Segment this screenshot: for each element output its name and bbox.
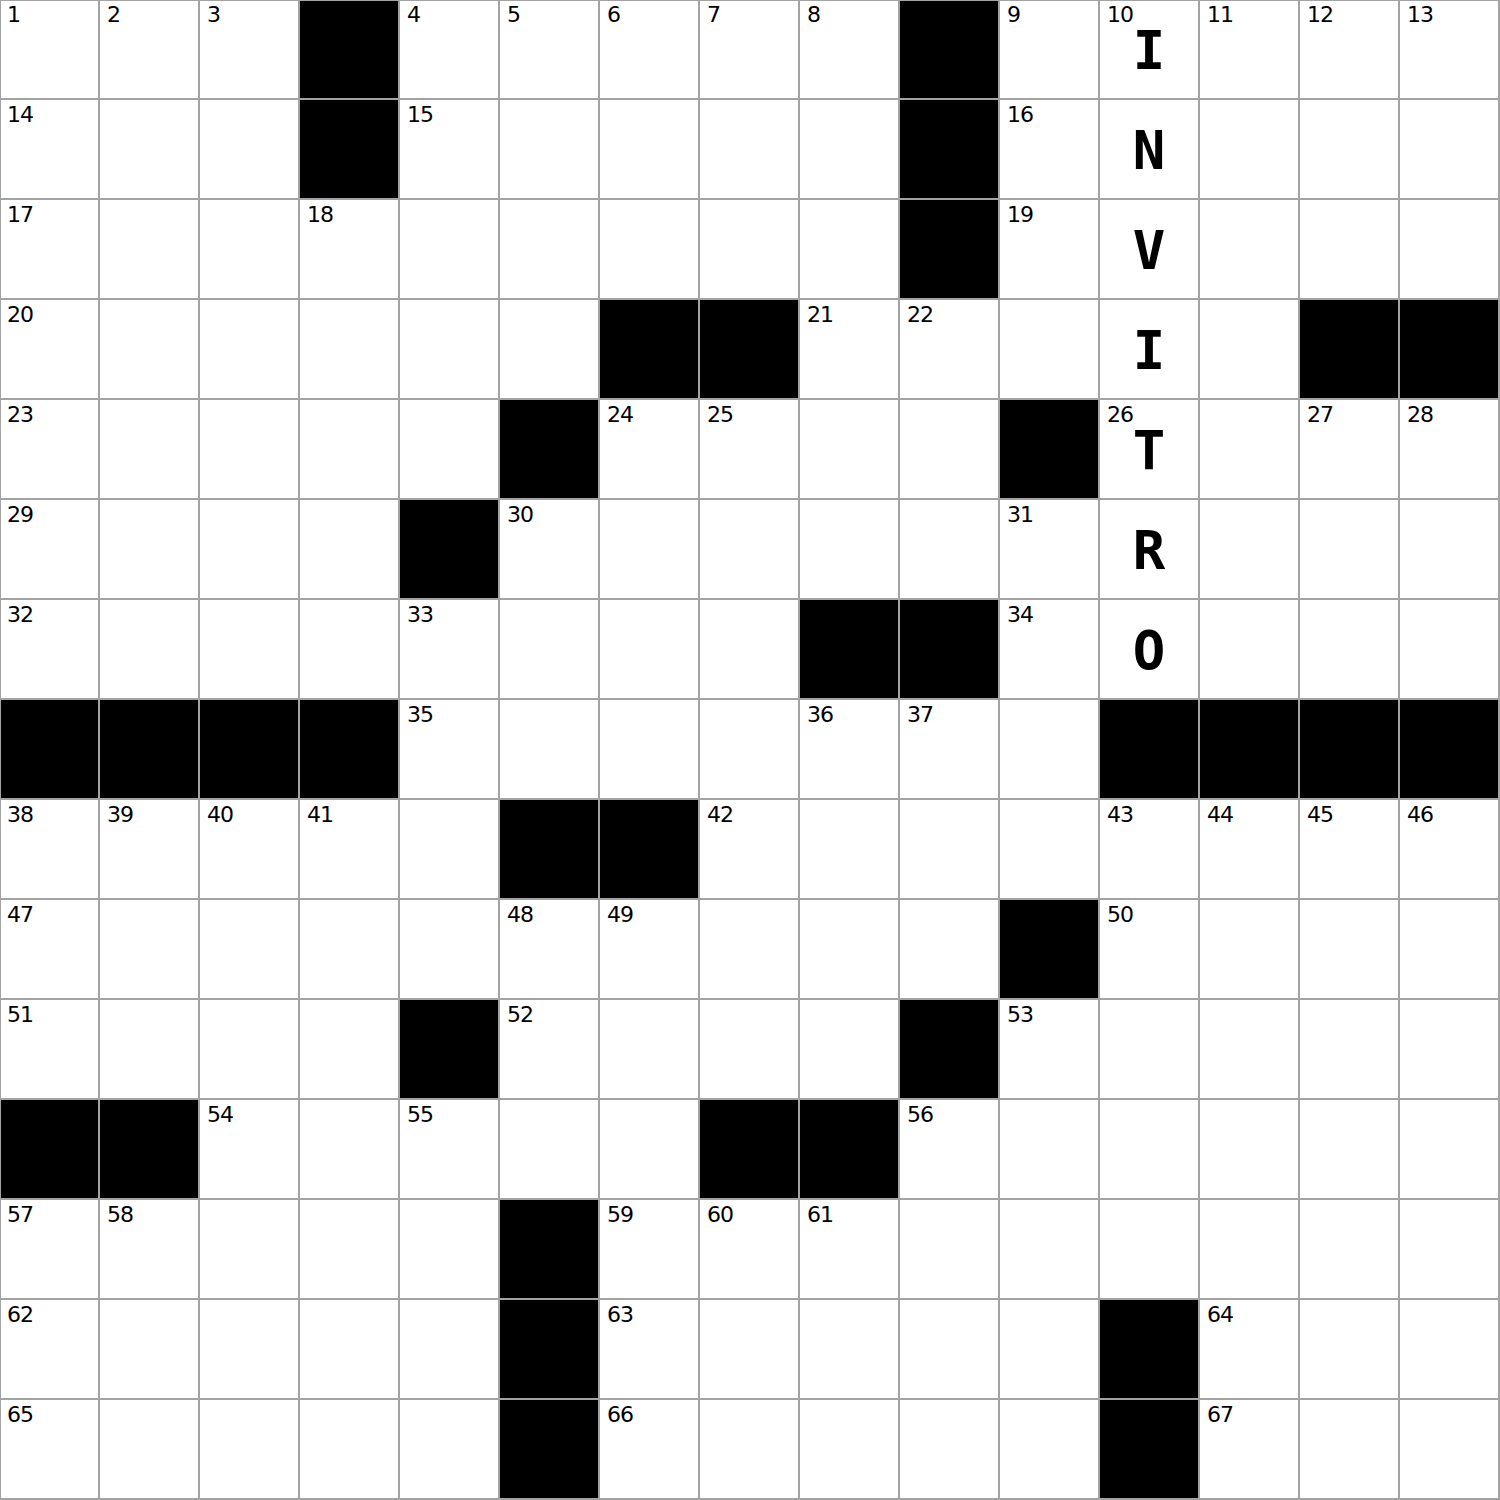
cell-r1c3[interactable]: 3 bbox=[200, 0, 300, 100]
cell-r5c2[interactable] bbox=[100, 400, 200, 500]
clue-number-35: 35 bbox=[407, 703, 433, 727]
cell-r7c7[interactable] bbox=[600, 600, 700, 700]
cell-r15c2[interactable] bbox=[100, 1400, 200, 1500]
cell-r5c15[interactable]: 28 bbox=[1400, 400, 1500, 500]
cell-r6c15[interactable] bbox=[1400, 500, 1500, 600]
clue-number-66: 66 bbox=[607, 1403, 633, 1427]
cell-r9c9[interactable] bbox=[800, 800, 900, 900]
cell-r3c11[interactable]: 19 bbox=[1000, 200, 1100, 300]
cell-r6c7[interactable] bbox=[600, 500, 700, 600]
clue-number-33: 33 bbox=[407, 603, 433, 627]
cell-r14c10[interactable] bbox=[900, 1300, 1000, 1400]
cell-r2c3[interactable] bbox=[200, 100, 300, 200]
cell-r9c13[interactable]: 44 bbox=[1200, 800, 1300, 900]
clue-number-58: 58 bbox=[107, 1203, 133, 1227]
cell-r15c15[interactable] bbox=[1400, 1400, 1500, 1500]
cell-r4c3[interactable] bbox=[200, 300, 300, 400]
clue-number-13: 13 bbox=[1407, 3, 1433, 27]
black-cell-r2c10 bbox=[900, 100, 1000, 200]
clue-number-61: 61 bbox=[807, 1203, 833, 1227]
clue-number-4: 4 bbox=[407, 3, 420, 27]
cell-r14c11[interactable] bbox=[1000, 1300, 1100, 1400]
cell-r11c7[interactable] bbox=[600, 1000, 700, 1100]
filled-letter-r5c12: T bbox=[1100, 400, 1198, 498]
cell-r2c6[interactable] bbox=[500, 100, 600, 200]
cell-r8c9[interactable]: 36 bbox=[800, 700, 900, 800]
cell-r6c10[interactable] bbox=[900, 500, 1000, 600]
clue-number-31: 31 bbox=[1007, 503, 1033, 527]
cell-r13c15[interactable] bbox=[1400, 1200, 1500, 1300]
cell-r10c5[interactable] bbox=[400, 900, 500, 1000]
cell-r7c6[interactable] bbox=[500, 600, 600, 700]
cell-r4c1[interactable]: 20 bbox=[0, 300, 100, 400]
clue-number-38: 38 bbox=[7, 803, 33, 827]
cell-r4c10[interactable]: 22 bbox=[900, 300, 1000, 400]
cell-r6c4[interactable] bbox=[300, 500, 400, 600]
cell-r5c10[interactable] bbox=[900, 400, 1000, 500]
cell-r10c7[interactable]: 49 bbox=[600, 900, 700, 1000]
cell-r11c3[interactable] bbox=[200, 1000, 300, 1100]
black-cell-r12c8 bbox=[700, 1100, 800, 1200]
cell-r3c14[interactable] bbox=[1300, 200, 1400, 300]
clue-number-23: 23 bbox=[7, 403, 33, 427]
black-cell-r14c12 bbox=[1100, 1300, 1200, 1400]
black-cell-r8c14 bbox=[1300, 700, 1400, 800]
cell-r7c1[interactable]: 32 bbox=[0, 600, 100, 700]
cell-r6c2[interactable] bbox=[100, 500, 200, 600]
cell-r10c15[interactable] bbox=[1400, 900, 1500, 1000]
cell-r10c12[interactable]: 50 bbox=[1100, 900, 1200, 1000]
cell-r15c5[interactable] bbox=[400, 1400, 500, 1500]
cell-r6c13[interactable] bbox=[1200, 500, 1300, 600]
cell-r7c4[interactable] bbox=[300, 600, 400, 700]
clue-number-62: 62 bbox=[7, 1303, 33, 1327]
cell-r6c9[interactable] bbox=[800, 500, 900, 600]
cell-r1c14[interactable]: 12 bbox=[1300, 0, 1400, 100]
filled-letter-r6c12: R bbox=[1100, 500, 1198, 598]
clue-number-15: 15 bbox=[407, 103, 433, 127]
clue-number-44: 44 bbox=[1207, 803, 1233, 827]
cell-r13c5[interactable] bbox=[400, 1200, 500, 1300]
cell-r13c3[interactable] bbox=[200, 1200, 300, 1300]
cell-r3c4[interactable]: 18 bbox=[300, 200, 400, 300]
cell-r9c4[interactable]: 41 bbox=[300, 800, 400, 900]
cell-r14c14[interactable] bbox=[1300, 1300, 1400, 1400]
cell-r13c2[interactable]: 58 bbox=[100, 1200, 200, 1300]
cell-r13c1[interactable]: 57 bbox=[0, 1200, 100, 1300]
cell-r2c9[interactable] bbox=[800, 100, 900, 200]
black-cell-r1c10 bbox=[900, 0, 1000, 100]
clue-number-5: 5 bbox=[507, 3, 520, 27]
cell-r2c14[interactable] bbox=[1300, 100, 1400, 200]
clue-number-3: 3 bbox=[207, 3, 220, 27]
cell-r9c14[interactable]: 45 bbox=[1300, 800, 1400, 900]
cell-r5c1[interactable]: 23 bbox=[0, 400, 100, 500]
cell-r4c12[interactable]: I bbox=[1100, 300, 1200, 400]
black-cell-r12c1 bbox=[0, 1100, 100, 1200]
black-cell-r14c6 bbox=[500, 1300, 600, 1400]
cell-r2c2[interactable] bbox=[100, 100, 200, 200]
filled-letter-r4c12: I bbox=[1100, 300, 1198, 398]
clue-number-8: 8 bbox=[807, 3, 820, 27]
clue-number-48: 48 bbox=[507, 903, 533, 927]
cell-r11c4[interactable] bbox=[300, 1000, 400, 1100]
cell-r3c1[interactable]: 17 bbox=[0, 200, 100, 300]
clue-number-7: 7 bbox=[707, 3, 720, 27]
black-cell-r8c13 bbox=[1200, 700, 1300, 800]
clue-number-19: 19 bbox=[1007, 203, 1033, 227]
cell-r10c3[interactable] bbox=[200, 900, 300, 1000]
cell-r13c13[interactable] bbox=[1200, 1200, 1300, 1300]
cell-r12c14[interactable] bbox=[1300, 1100, 1400, 1200]
black-cell-r8c2 bbox=[100, 700, 200, 800]
cell-r4c11[interactable] bbox=[1000, 300, 1100, 400]
clue-number-52: 52 bbox=[507, 1003, 533, 1027]
cell-r9c1[interactable]: 38 bbox=[0, 800, 100, 900]
cell-r3c8[interactable] bbox=[700, 200, 800, 300]
clue-number-16: 16 bbox=[1007, 103, 1033, 127]
cell-r4c13[interactable] bbox=[1200, 300, 1300, 400]
clue-number-59: 59 bbox=[607, 1203, 633, 1227]
cell-r9c15[interactable]: 46 bbox=[1400, 800, 1500, 900]
clue-number-25: 25 bbox=[707, 403, 733, 427]
cell-r5c8[interactable]: 25 bbox=[700, 400, 800, 500]
black-cell-r4c15 bbox=[1400, 300, 1500, 400]
clue-number-39: 39 bbox=[107, 803, 133, 827]
cell-r3c9[interactable] bbox=[800, 200, 900, 300]
filled-letter-r7c12: O bbox=[1100, 600, 1198, 698]
cell-r1c15[interactable]: 13 bbox=[1400, 0, 1500, 100]
cell-r11c6[interactable]: 52 bbox=[500, 1000, 600, 1100]
cell-r9c12[interactable]: 43 bbox=[1100, 800, 1200, 900]
clue-number-24: 24 bbox=[607, 403, 633, 427]
cell-r15c1[interactable]: 65 bbox=[0, 1400, 100, 1500]
black-cell-r15c12 bbox=[1100, 1400, 1200, 1500]
clue-number-51: 51 bbox=[7, 1003, 33, 1027]
clue-number-64: 64 bbox=[1207, 1303, 1233, 1327]
cell-r1c13[interactable]: 11 bbox=[1200, 0, 1300, 100]
clue-number-45: 45 bbox=[1307, 803, 1333, 827]
filled-letter-r1c12: I bbox=[1100, 0, 1198, 98]
clue-number-34: 34 bbox=[1007, 603, 1033, 627]
clue-number-6: 6 bbox=[607, 3, 620, 27]
cell-r7c8[interactable] bbox=[700, 600, 800, 700]
cell-r1c11[interactable]: 9 bbox=[1000, 0, 1100, 100]
cell-r13c9[interactable]: 61 bbox=[800, 1200, 900, 1300]
cell-r1c6[interactable]: 5 bbox=[500, 0, 600, 100]
cell-r10c10[interactable] bbox=[900, 900, 1000, 1000]
clue-number-29: 29 bbox=[7, 503, 33, 527]
clue-number-37: 37 bbox=[907, 703, 933, 727]
cell-r6c8[interactable] bbox=[700, 500, 800, 600]
black-cell-r12c9 bbox=[800, 1100, 900, 1200]
cell-r9c5[interactable] bbox=[400, 800, 500, 900]
cell-r7c12[interactable]: O bbox=[1100, 600, 1200, 700]
cell-r3c7[interactable] bbox=[600, 200, 700, 300]
clue-number-27: 27 bbox=[1307, 403, 1333, 427]
clue-number-14: 14 bbox=[7, 103, 33, 127]
clue-number-46: 46 bbox=[1407, 803, 1433, 827]
clue-number-63: 63 bbox=[607, 1303, 633, 1327]
clue-number-54: 54 bbox=[207, 1103, 233, 1127]
clue-number-41: 41 bbox=[307, 803, 333, 827]
cell-r5c9[interactable] bbox=[800, 400, 900, 500]
clue-number-49: 49 bbox=[607, 903, 633, 927]
cell-r3c15[interactable] bbox=[1400, 200, 1500, 300]
cell-r6c3[interactable] bbox=[200, 500, 300, 600]
cell-r14c8[interactable] bbox=[700, 1300, 800, 1400]
cell-r15c3[interactable] bbox=[200, 1400, 300, 1500]
cell-r3c3[interactable] bbox=[200, 200, 300, 300]
black-cell-r5c11 bbox=[1000, 400, 1100, 500]
clue-number-32: 32 bbox=[7, 603, 33, 627]
cell-r11c14[interactable] bbox=[1300, 1000, 1400, 1100]
cell-r13c12[interactable] bbox=[1100, 1200, 1200, 1300]
cell-r8c7[interactable] bbox=[600, 700, 700, 800]
black-cell-r4c14 bbox=[1300, 300, 1400, 400]
cell-r2c8[interactable] bbox=[700, 100, 800, 200]
cell-r7c11[interactable]: 34 bbox=[1000, 600, 1100, 700]
cell-r7c5[interactable]: 33 bbox=[400, 600, 500, 700]
cell-r7c14[interactable] bbox=[1300, 600, 1400, 700]
clue-number-18: 18 bbox=[307, 203, 333, 227]
cell-r2c1[interactable]: 14 bbox=[0, 100, 100, 200]
cell-r10c1[interactable]: 47 bbox=[0, 900, 100, 1000]
cell-r9c10[interactable] bbox=[900, 800, 1000, 900]
clue-number-36: 36 bbox=[807, 703, 833, 727]
cell-r2c7[interactable] bbox=[600, 100, 700, 200]
cell-r7c15[interactable] bbox=[1400, 600, 1500, 700]
cell-r13c11[interactable] bbox=[1000, 1200, 1100, 1300]
cell-r15c4[interactable] bbox=[300, 1400, 400, 1500]
cell-r1c8[interactable]: 7 bbox=[700, 0, 800, 100]
black-cell-r4c7 bbox=[600, 300, 700, 400]
clue-number-67: 67 bbox=[1207, 1403, 1233, 1427]
cell-r14c9[interactable] bbox=[800, 1300, 900, 1400]
cell-r5c12[interactable]: 26T bbox=[1100, 400, 1200, 500]
cell-r12c5[interactable]: 55 bbox=[400, 1100, 500, 1200]
cell-r2c11[interactable]: 16 bbox=[1000, 100, 1100, 200]
clue-number-12: 12 bbox=[1307, 3, 1333, 27]
cell-r9c8[interactable]: 42 bbox=[700, 800, 800, 900]
cell-r10c2[interactable] bbox=[100, 900, 200, 1000]
cell-r10c4[interactable] bbox=[300, 900, 400, 1000]
cell-r14c13[interactable]: 64 bbox=[1200, 1300, 1300, 1400]
cell-r1c2[interactable]: 2 bbox=[100, 0, 200, 100]
clue-number-55: 55 bbox=[407, 1103, 433, 1127]
cell-r14c15[interactable] bbox=[1400, 1300, 1500, 1400]
clue-number-53: 53 bbox=[1007, 1003, 1033, 1027]
cell-r6c11[interactable]: 31 bbox=[1000, 500, 1100, 600]
cell-r1c1[interactable]: 1 bbox=[0, 0, 100, 100]
clue-number-42: 42 bbox=[707, 803, 733, 827]
clue-number-57: 57 bbox=[7, 1203, 33, 1227]
filled-letter-r2c12: N bbox=[1100, 100, 1198, 198]
cell-r4c5[interactable] bbox=[400, 300, 500, 400]
cell-r12c6[interactable] bbox=[500, 1100, 600, 1200]
cell-r11c15[interactable] bbox=[1400, 1000, 1500, 1100]
cell-r14c7[interactable]: 63 bbox=[600, 1300, 700, 1400]
clue-number-17: 17 bbox=[7, 203, 33, 227]
cell-r1c5[interactable]: 4 bbox=[400, 0, 500, 100]
clue-number-22: 22 bbox=[907, 303, 933, 327]
cell-r15c8[interactable] bbox=[700, 1400, 800, 1500]
cell-r11c9[interactable] bbox=[800, 1000, 900, 1100]
black-cell-r4c8 bbox=[700, 300, 800, 400]
cell-r15c7[interactable]: 66 bbox=[600, 1400, 700, 1500]
cell-r3c5[interactable] bbox=[400, 200, 500, 300]
clue-number-11: 11 bbox=[1207, 3, 1233, 27]
cell-r4c2[interactable] bbox=[100, 300, 200, 400]
black-cell-r2c4 bbox=[300, 100, 400, 200]
clue-number-28: 28 bbox=[1407, 403, 1433, 427]
cell-r5c7[interactable]: 24 bbox=[600, 400, 700, 500]
cell-r2c15[interactable] bbox=[1400, 100, 1500, 200]
cell-r15c14[interactable] bbox=[1300, 1400, 1400, 1500]
clue-number-47: 47 bbox=[7, 903, 33, 927]
cell-r9c2[interactable]: 39 bbox=[100, 800, 200, 900]
cell-r11c2[interactable] bbox=[100, 1000, 200, 1100]
black-cell-r10c11 bbox=[1000, 900, 1100, 1000]
clue-number-2: 2 bbox=[107, 3, 120, 27]
cell-r13c10[interactable] bbox=[900, 1200, 1000, 1300]
cell-r10c13[interactable] bbox=[1200, 900, 1300, 1000]
clue-number-1: 1 bbox=[7, 3, 20, 27]
black-cell-r8c1 bbox=[0, 700, 100, 800]
cell-r12c7[interactable] bbox=[600, 1100, 700, 1200]
black-cell-r7c10 bbox=[900, 600, 1000, 700]
cell-r13c7[interactable]: 59 bbox=[600, 1200, 700, 1300]
cell-r12c12[interactable] bbox=[1100, 1100, 1200, 1200]
cell-r11c13[interactable] bbox=[1200, 1000, 1300, 1100]
cell-r3c12[interactable]: V bbox=[1100, 200, 1200, 300]
cell-r15c11[interactable] bbox=[1000, 1400, 1100, 1500]
cell-r12c13[interactable] bbox=[1200, 1100, 1300, 1200]
cell-r14c2[interactable] bbox=[100, 1300, 200, 1400]
cell-r13c14[interactable] bbox=[1300, 1200, 1400, 1300]
cell-r12c10[interactable]: 56 bbox=[900, 1100, 1000, 1200]
cell-r4c4[interactable] bbox=[300, 300, 400, 400]
cell-r10c6[interactable]: 48 bbox=[500, 900, 600, 1000]
clue-number-21: 21 bbox=[807, 303, 833, 327]
cell-r9c11[interactable] bbox=[1000, 800, 1100, 900]
black-cell-r11c10 bbox=[900, 1000, 1000, 1100]
cell-r5c4[interactable] bbox=[300, 400, 400, 500]
cell-r1c9[interactable]: 8 bbox=[800, 0, 900, 100]
cell-r15c13[interactable]: 67 bbox=[1200, 1400, 1300, 1500]
cell-r12c15[interactable] bbox=[1400, 1100, 1500, 1200]
cell-r11c12[interactable] bbox=[1100, 1000, 1200, 1100]
filled-letter-r3c12: V bbox=[1100, 200, 1198, 298]
cell-r7c2[interactable] bbox=[100, 600, 200, 700]
black-cell-r1c4 bbox=[300, 0, 400, 100]
cell-r12c3[interactable]: 54 bbox=[200, 1100, 300, 1200]
cell-r14c1[interactable]: 62 bbox=[0, 1300, 100, 1400]
cell-r2c5[interactable]: 15 bbox=[400, 100, 500, 200]
cell-r1c12[interactable]: 10I bbox=[1100, 0, 1200, 100]
cell-r8c10[interactable]: 37 bbox=[900, 700, 1000, 800]
cell-r6c1[interactable]: 29 bbox=[0, 500, 100, 600]
cell-r11c11[interactable]: 53 bbox=[1000, 1000, 1100, 1100]
cell-r11c1[interactable]: 51 bbox=[0, 1000, 100, 1100]
cell-r8c11[interactable] bbox=[1000, 700, 1100, 800]
black-cell-r6c5 bbox=[400, 500, 500, 600]
black-cell-r5c6 bbox=[500, 400, 600, 500]
cell-r8c8[interactable] bbox=[700, 700, 800, 800]
cell-r10c8[interactable] bbox=[700, 900, 800, 1000]
clue-number-56: 56 bbox=[907, 1103, 933, 1127]
cell-r13c8[interactable]: 60 bbox=[700, 1200, 800, 1300]
black-cell-r8c12 bbox=[1100, 700, 1200, 800]
cell-r13c4[interactable] bbox=[300, 1200, 400, 1300]
cell-r5c13[interactable] bbox=[1200, 400, 1300, 500]
cell-r2c12[interactable]: N bbox=[1100, 100, 1200, 200]
cell-r6c6[interactable]: 30 bbox=[500, 500, 600, 600]
cell-r14c3[interactable] bbox=[200, 1300, 300, 1400]
cell-r8c6[interactable] bbox=[500, 700, 600, 800]
cell-r8c5[interactable]: 35 bbox=[400, 700, 500, 800]
clue-number-43: 43 bbox=[1107, 803, 1133, 827]
cell-r5c14[interactable]: 27 bbox=[1300, 400, 1400, 500]
cell-r4c6[interactable] bbox=[500, 300, 600, 400]
cell-r12c11[interactable] bbox=[1000, 1100, 1100, 1200]
black-cell-r8c15 bbox=[1400, 700, 1500, 800]
black-cell-r13c6 bbox=[500, 1200, 600, 1300]
cell-r5c5[interactable] bbox=[400, 400, 500, 500]
cell-r6c12[interactable]: R bbox=[1100, 500, 1200, 600]
clue-number-50: 50 bbox=[1107, 903, 1133, 927]
cell-r15c10[interactable] bbox=[900, 1400, 1000, 1500]
black-cell-r3c10 bbox=[900, 200, 1000, 300]
black-cell-r11c5 bbox=[400, 1000, 500, 1100]
cell-r7c13[interactable] bbox=[1200, 600, 1300, 700]
cell-r9c3[interactable]: 40 bbox=[200, 800, 300, 900]
black-cell-r12c2 bbox=[100, 1100, 200, 1200]
cell-r10c14[interactable] bbox=[1300, 900, 1400, 1000]
clue-number-40: 40 bbox=[207, 803, 233, 827]
cell-r4c9[interactable]: 21 bbox=[800, 300, 900, 400]
cell-r3c2[interactable] bbox=[100, 200, 200, 300]
cell-r2c13[interactable] bbox=[1200, 100, 1300, 200]
clue-number-60: 60 bbox=[707, 1203, 733, 1227]
black-cell-r9c6 bbox=[500, 800, 600, 900]
cell-r14c4[interactable] bbox=[300, 1300, 400, 1400]
cell-r3c13[interactable] bbox=[1200, 200, 1300, 300]
black-cell-r8c4 bbox=[300, 700, 400, 800]
cell-r3c6[interactable] bbox=[500, 200, 600, 300]
clue-number-65: 65 bbox=[7, 1403, 33, 1427]
cell-r5c3[interactable] bbox=[200, 400, 300, 500]
cell-r14c5[interactable] bbox=[400, 1300, 500, 1400]
crossword-grid: 12345678910I111213141516N171819V202122I2… bbox=[0, 0, 1500, 1500]
black-cell-r9c7 bbox=[600, 800, 700, 900]
black-cell-r15c6 bbox=[500, 1400, 600, 1500]
black-cell-r7c9 bbox=[800, 600, 900, 700]
clue-number-9: 9 bbox=[1007, 3, 1020, 27]
cell-r7c3[interactable] bbox=[200, 600, 300, 700]
clue-number-20: 20 bbox=[7, 303, 33, 327]
cell-r1c7[interactable]: 6 bbox=[600, 0, 700, 100]
cell-r15c9[interactable] bbox=[800, 1400, 900, 1500]
cell-r11c8[interactable] bbox=[700, 1000, 800, 1100]
cell-r12c4[interactable] bbox=[300, 1100, 400, 1200]
cell-r6c14[interactable] bbox=[1300, 500, 1400, 600]
cell-r10c9[interactable] bbox=[800, 900, 900, 1000]
clue-number-30: 30 bbox=[507, 503, 533, 527]
black-cell-r8c3 bbox=[200, 700, 300, 800]
